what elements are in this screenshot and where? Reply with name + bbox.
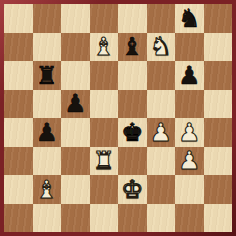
- square-a1[interactable]: [4, 204, 33, 233]
- square-b6[interactable]: ♜: [33, 61, 62, 90]
- square-a3[interactable]: [4, 147, 33, 176]
- square-h4[interactable]: [204, 118, 233, 147]
- square-d4[interactable]: [90, 118, 119, 147]
- square-h6[interactable]: [204, 61, 233, 90]
- piece-white-bishop-d7[interactable]: ♝: [90, 33, 119, 62]
- square-f8[interactable]: [147, 4, 176, 33]
- piece-black-pawn-c5[interactable]: ♟: [61, 90, 90, 119]
- piece-black-pawn-b4[interactable]: ♟: [33, 118, 62, 147]
- square-d5[interactable]: [90, 90, 119, 119]
- square-d3[interactable]: ♜: [90, 147, 119, 176]
- square-c5[interactable]: ♟: [61, 90, 90, 119]
- square-g1[interactable]: [175, 204, 204, 233]
- square-f3[interactable]: [147, 147, 176, 176]
- piece-white-bishop-b2[interactable]: ♝: [33, 175, 62, 204]
- piece-white-pawn-f4[interactable]: ♟: [147, 118, 176, 147]
- square-e6[interactable]: [118, 61, 147, 90]
- square-e2[interactable]: ♚: [118, 175, 147, 204]
- square-c8[interactable]: [61, 4, 90, 33]
- square-a5[interactable]: [4, 90, 33, 119]
- board-frame: ♞♝♝♞♜♟♟♟♚♟♟♜♟♝♚: [0, 0, 236, 236]
- square-f5[interactable]: [147, 90, 176, 119]
- square-f7[interactable]: ♞: [147, 33, 176, 62]
- square-c7[interactable]: [61, 33, 90, 62]
- square-d7[interactable]: ♝: [90, 33, 119, 62]
- square-e8[interactable]: [118, 4, 147, 33]
- square-h1[interactable]: [204, 204, 233, 233]
- square-f2[interactable]: [147, 175, 176, 204]
- square-e7[interactable]: ♝: [118, 33, 147, 62]
- square-a6[interactable]: [4, 61, 33, 90]
- square-a4[interactable]: [4, 118, 33, 147]
- square-h5[interactable]: [204, 90, 233, 119]
- square-b8[interactable]: [33, 4, 62, 33]
- square-c3[interactable]: [61, 147, 90, 176]
- square-g5[interactable]: [175, 90, 204, 119]
- square-b5[interactable]: [33, 90, 62, 119]
- square-b7[interactable]: [33, 33, 62, 62]
- square-h2[interactable]: [204, 175, 233, 204]
- square-e5[interactable]: [118, 90, 147, 119]
- square-h7[interactable]: [204, 33, 233, 62]
- square-d6[interactable]: [90, 61, 119, 90]
- square-f1[interactable]: [147, 204, 176, 233]
- square-d8[interactable]: [90, 4, 119, 33]
- square-f4[interactable]: ♟: [147, 118, 176, 147]
- square-g6[interactable]: ♟: [175, 61, 204, 90]
- square-e4[interactable]: ♚: [118, 118, 147, 147]
- square-b3[interactable]: [33, 147, 62, 176]
- piece-black-knight-g8[interactable]: ♞: [175, 4, 204, 33]
- square-b4[interactable]: ♟: [33, 118, 62, 147]
- square-h8[interactable]: [204, 4, 233, 33]
- square-d1[interactable]: [90, 204, 119, 233]
- square-g8[interactable]: ♞: [175, 4, 204, 33]
- square-b1[interactable]: [33, 204, 62, 233]
- square-f6[interactable]: [147, 61, 176, 90]
- square-g3[interactable]: ♟: [175, 147, 204, 176]
- piece-white-pawn-g3[interactable]: ♟: [175, 147, 204, 176]
- square-g7[interactable]: [175, 33, 204, 62]
- square-g2[interactable]: [175, 175, 204, 204]
- piece-white-rook-d3[interactable]: ♜: [90, 147, 119, 176]
- piece-white-pawn-g4[interactable]: ♟: [175, 118, 204, 147]
- piece-black-pawn-g6[interactable]: ♟: [175, 61, 204, 90]
- square-a8[interactable]: [4, 4, 33, 33]
- square-a2[interactable]: [4, 175, 33, 204]
- square-c6[interactable]: [61, 61, 90, 90]
- square-c1[interactable]: [61, 204, 90, 233]
- piece-black-bishop-e7[interactable]: ♝: [118, 33, 147, 62]
- square-b2[interactable]: ♝: [33, 175, 62, 204]
- piece-white-knight-f7[interactable]: ♞: [147, 33, 176, 62]
- square-a7[interactable]: [4, 33, 33, 62]
- square-g4[interactable]: ♟: [175, 118, 204, 147]
- square-e1[interactable]: [118, 204, 147, 233]
- piece-black-rook-b6[interactable]: ♜: [33, 61, 62, 90]
- square-e3[interactable]: [118, 147, 147, 176]
- piece-black-king-e4[interactable]: ♚: [118, 118, 147, 147]
- piece-white-king-e2[interactable]: ♚: [118, 175, 147, 204]
- square-d2[interactable]: [90, 175, 119, 204]
- square-c2[interactable]: [61, 175, 90, 204]
- chess-board: ♞♝♝♞♜♟♟♟♚♟♟♜♟♝♚: [4, 4, 232, 232]
- square-h3[interactable]: [204, 147, 233, 176]
- square-c4[interactable]: [61, 118, 90, 147]
